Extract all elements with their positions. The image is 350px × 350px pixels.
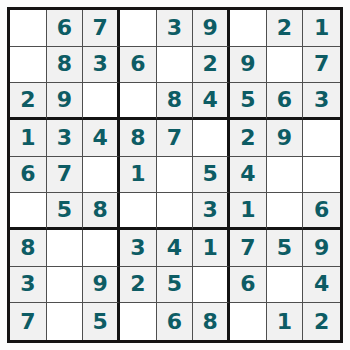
cell-r1-c2[interactable]: 6 [47, 10, 84, 47]
cell-r3-c5[interactable]: 8 [157, 83, 194, 120]
cell-r7-c6[interactable]: 1 [193, 230, 230, 267]
cell-r3-c6[interactable]: 4 [193, 83, 230, 120]
cell-r2-c1[interactable] [10, 47, 47, 84]
cell-r4-c7[interactable]: 2 [230, 120, 267, 157]
cell-r9-c3[interactable]: 5 [83, 303, 120, 340]
cell-r5-c6[interactable]: 5 [193, 157, 230, 194]
cell-r1-c7[interactable] [230, 10, 267, 47]
cell-r8-c7[interactable]: 6 [230, 267, 267, 304]
cell-r2-c5[interactable] [157, 47, 194, 84]
cell-r4-c3[interactable]: 4 [83, 120, 120, 157]
cell-r1-c4[interactable] [120, 10, 157, 47]
cell-r1-c1[interactable] [10, 10, 47, 47]
cell-r2-c3[interactable]: 3 [83, 47, 120, 84]
cell-r9-c5[interactable]: 6 [157, 303, 194, 340]
cell-r3-c7[interactable]: 5 [230, 83, 267, 120]
cell-r6-c8[interactable] [267, 193, 304, 230]
cell-r7-c9[interactable]: 9 [303, 230, 340, 267]
cell-r1-c3[interactable]: 7 [83, 10, 120, 47]
sudoku-page: 6739218362972984563134872967154583168341… [0, 0, 350, 350]
cell-r6-c1[interactable] [10, 193, 47, 230]
cell-r8-c4[interactable]: 2 [120, 267, 157, 304]
cell-r8-c3[interactable]: 9 [83, 267, 120, 304]
cell-r9-c6[interactable]: 8 [193, 303, 230, 340]
cell-r9-c7[interactable] [230, 303, 267, 340]
cell-r4-c8[interactable]: 9 [267, 120, 304, 157]
cell-r6-c6[interactable]: 3 [193, 193, 230, 230]
cell-r9-c1[interactable]: 7 [10, 303, 47, 340]
cell-r9-c4[interactable] [120, 303, 157, 340]
cell-r8-c1[interactable]: 3 [10, 267, 47, 304]
cell-r6-c9[interactable]: 6 [303, 193, 340, 230]
cell-r5-c3[interactable] [83, 157, 120, 194]
cell-r7-c2[interactable] [47, 230, 84, 267]
cell-r5-c5[interactable] [157, 157, 194, 194]
sudoku-board: 6739218362972984563134872967154583168341… [7, 7, 343, 343]
cell-r6-c5[interactable] [157, 193, 194, 230]
cell-r1-c5[interactable]: 3 [157, 10, 194, 47]
cell-r8-c6[interactable] [193, 267, 230, 304]
cell-r7-c5[interactable]: 4 [157, 230, 194, 267]
cell-r8-c9[interactable]: 4 [303, 267, 340, 304]
cell-r2-c4[interactable]: 6 [120, 47, 157, 84]
cell-r5-c4[interactable]: 1 [120, 157, 157, 194]
cell-r6-c2[interactable]: 5 [47, 193, 84, 230]
cell-r5-c2[interactable]: 7 [47, 157, 84, 194]
cell-r7-c3[interactable] [83, 230, 120, 267]
cell-r9-c8[interactable]: 1 [267, 303, 304, 340]
cell-r1-c8[interactable]: 2 [267, 10, 304, 47]
cell-r6-c7[interactable]: 1 [230, 193, 267, 230]
cell-r9-c2[interactable] [47, 303, 84, 340]
cell-r2-c8[interactable] [267, 47, 304, 84]
cell-r8-c2[interactable] [47, 267, 84, 304]
cell-r7-c8[interactable]: 5 [267, 230, 304, 267]
cell-r3-c2[interactable]: 9 [47, 83, 84, 120]
cell-r3-c3[interactable] [83, 83, 120, 120]
cell-r1-c6[interactable]: 9 [193, 10, 230, 47]
cell-r2-c2[interactable]: 8 [47, 47, 84, 84]
cell-r9-c9[interactable]: 2 [303, 303, 340, 340]
cell-r8-c8[interactable] [267, 267, 304, 304]
cell-r5-c9[interactable] [303, 157, 340, 194]
cell-r4-c1[interactable]: 1 [10, 120, 47, 157]
cell-r5-c1[interactable]: 6 [10, 157, 47, 194]
cell-r7-c4[interactable]: 3 [120, 230, 157, 267]
cell-r3-c1[interactable]: 2 [10, 83, 47, 120]
cell-r2-c9[interactable]: 7 [303, 47, 340, 84]
cell-r4-c5[interactable]: 7 [157, 120, 194, 157]
cell-r2-c7[interactable]: 9 [230, 47, 267, 84]
cell-r4-c6[interactable] [193, 120, 230, 157]
cell-r6-c3[interactable]: 8 [83, 193, 120, 230]
cell-r4-c2[interactable]: 3 [47, 120, 84, 157]
cell-r4-c9[interactable] [303, 120, 340, 157]
cell-r5-c7[interactable]: 4 [230, 157, 267, 194]
cell-r7-c7[interactable]: 7 [230, 230, 267, 267]
cell-r3-c9[interactable]: 3 [303, 83, 340, 120]
cell-r8-c5[interactable]: 5 [157, 267, 194, 304]
cell-r3-c8[interactable]: 6 [267, 83, 304, 120]
cell-r7-c1[interactable]: 8 [10, 230, 47, 267]
cell-r4-c4[interactable]: 8 [120, 120, 157, 157]
cell-r6-c4[interactable] [120, 193, 157, 230]
cell-r3-c4[interactable] [120, 83, 157, 120]
cell-r1-c9[interactable]: 1 [303, 10, 340, 47]
cell-r5-c8[interactable] [267, 157, 304, 194]
cell-r2-c6[interactable]: 2 [193, 47, 230, 84]
